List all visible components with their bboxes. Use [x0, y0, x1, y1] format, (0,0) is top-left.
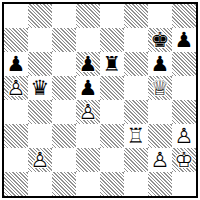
square-d2[interactable] [76, 148, 100, 172]
square-c8[interactable] [52, 4, 76, 28]
square-f1[interactable] [124, 172, 148, 196]
square-d5[interactable]: ♟♟ [76, 76, 100, 100]
square-g2[interactable]: ♟♙ [148, 148, 172, 172]
square-e2[interactable] [100, 148, 124, 172]
square-h7[interactable]: ♟♟ [172, 28, 196, 52]
square-c5[interactable] [52, 76, 76, 100]
square-b5[interactable]: ♛♛ [28, 76, 52, 100]
square-g4[interactable] [148, 100, 172, 124]
square-h1[interactable] [172, 172, 196, 196]
square-f3[interactable]: ♜♖ [124, 124, 148, 148]
square-a6[interactable]: ♟♟ [4, 52, 28, 76]
piece-white-queen-g5: ♕ [148, 76, 172, 100]
square-a2[interactable] [4, 148, 28, 172]
square-b1[interactable] [28, 172, 52, 196]
piece-black-queen-b5: ♛ [28, 76, 52, 100]
square-f2[interactable] [124, 148, 148, 172]
board-frame: ♚♚♟♟♟♟♟♟♜♜♟♟♟♙♛♛♟♟♛♕♟♙♜♖♟♙♟♙♟♙♚♔ [2, 2, 198, 198]
square-h4[interactable] [172, 100, 196, 124]
square-b2[interactable]: ♟♙ [28, 148, 52, 172]
chess-board: ♚♚♟♟♟♟♟♟♜♜♟♟♟♙♛♛♟♟♛♕♟♙♜♖♟♙♟♙♟♙♚♔ [4, 4, 196, 196]
chess-diagram: ♚♚♟♟♟♟♟♟♜♜♟♟♟♙♛♛♟♟♛♕♟♙♜♖♟♙♟♙♟♙♚♔ [0, 0, 200, 200]
square-a3[interactable] [4, 124, 28, 148]
square-e5[interactable] [100, 76, 124, 100]
square-h2[interactable]: ♚♔ [172, 148, 196, 172]
square-g3[interactable] [148, 124, 172, 148]
square-h8[interactable] [172, 4, 196, 28]
square-b8[interactable] [28, 4, 52, 28]
square-d1[interactable] [76, 172, 100, 196]
piece-white-pawn-a5: ♙ [4, 76, 28, 100]
piece-white-rook-f3: ♖ [124, 124, 148, 148]
square-e1[interactable] [100, 172, 124, 196]
square-b4[interactable] [28, 100, 52, 124]
square-f5[interactable] [124, 76, 148, 100]
square-d8[interactable] [76, 4, 100, 28]
square-g8[interactable] [148, 4, 172, 28]
square-f6[interactable] [124, 52, 148, 76]
piece-white-pawn-g2: ♙ [148, 148, 172, 172]
piece-white-pawn-h3: ♙ [172, 124, 196, 148]
square-g1[interactable] [148, 172, 172, 196]
piece-black-king-g7: ♚ [148, 28, 172, 52]
square-e7[interactable] [100, 28, 124, 52]
square-c4[interactable] [52, 100, 76, 124]
square-f7[interactable] [124, 28, 148, 52]
square-f4[interactable] [124, 100, 148, 124]
piece-black-pawn-d5: ♟ [76, 76, 100, 100]
square-b3[interactable] [28, 124, 52, 148]
square-d7[interactable] [76, 28, 100, 52]
piece-white-pawn-b2: ♙ [28, 148, 52, 172]
piece-black-pawn-g6: ♟ [148, 52, 172, 76]
square-d6[interactable]: ♟♟ [76, 52, 100, 76]
piece-white-pawn-d4: ♙ [76, 100, 100, 124]
square-b7[interactable] [28, 28, 52, 52]
square-c1[interactable] [52, 172, 76, 196]
square-c6[interactable] [52, 52, 76, 76]
square-a4[interactable] [4, 100, 28, 124]
square-h3[interactable]: ♟♙ [172, 124, 196, 148]
piece-black-pawn-a6: ♟ [4, 52, 28, 76]
square-c3[interactable] [52, 124, 76, 148]
square-e3[interactable] [100, 124, 124, 148]
piece-black-pawn-h7: ♟ [172, 28, 196, 52]
square-e8[interactable] [100, 4, 124, 28]
square-c2[interactable] [52, 148, 76, 172]
square-a7[interactable] [4, 28, 28, 52]
square-a5[interactable]: ♟♙ [4, 76, 28, 100]
square-e6[interactable]: ♜♜ [100, 52, 124, 76]
square-a1[interactable] [4, 172, 28, 196]
square-h6[interactable] [172, 52, 196, 76]
piece-black-pawn-d6: ♟ [76, 52, 100, 76]
square-h5[interactable] [172, 76, 196, 100]
square-e4[interactable] [100, 100, 124, 124]
piece-white-king-h2: ♔ [172, 148, 196, 172]
square-a8[interactable] [4, 4, 28, 28]
square-f8[interactable] [124, 4, 148, 28]
square-c7[interactable] [52, 28, 76, 52]
square-g7[interactable]: ♚♚ [148, 28, 172, 52]
piece-black-rook-e6: ♜ [100, 52, 124, 76]
square-d3[interactable] [76, 124, 100, 148]
square-g5[interactable]: ♛♕ [148, 76, 172, 100]
square-b6[interactable] [28, 52, 52, 76]
square-g6[interactable]: ♟♟ [148, 52, 172, 76]
square-d4[interactable]: ♟♙ [76, 100, 100, 124]
